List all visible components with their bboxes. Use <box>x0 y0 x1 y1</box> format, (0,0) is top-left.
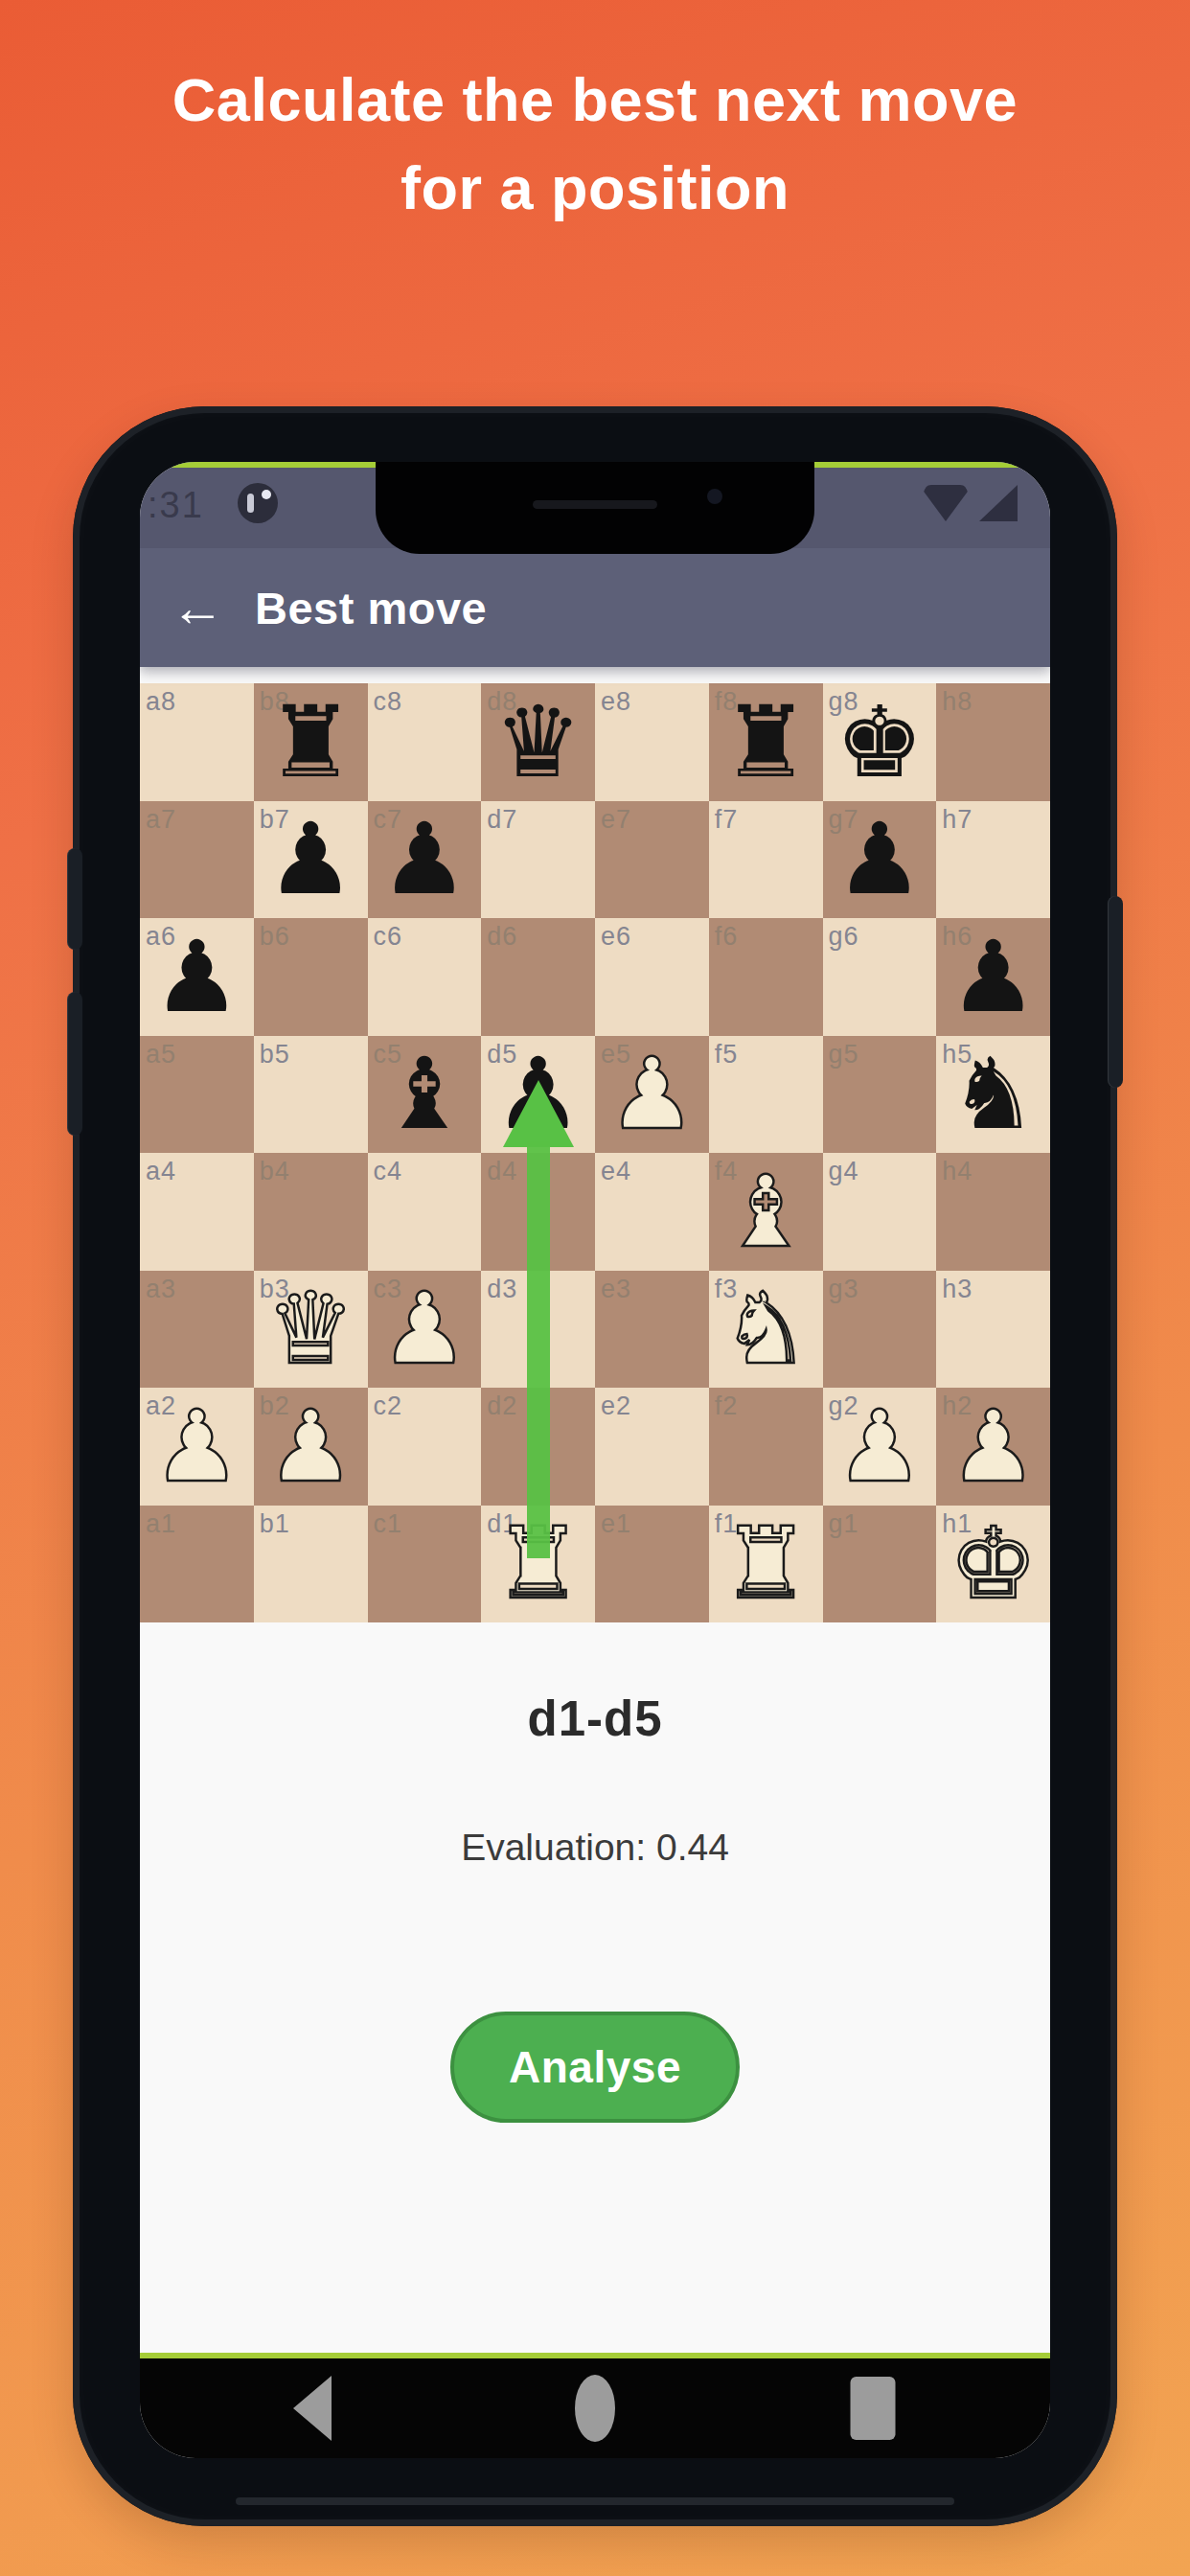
evaluation-value: 0.44 <box>656 1827 729 1868</box>
square-coordinate-label: b1 <box>260 1509 290 1539</box>
square-g7[interactable]: g7♟ <box>823 801 937 919</box>
square-e5[interactable]: e5♟ <box>595 1036 709 1154</box>
square-b6[interactable]: b6 <box>254 918 368 1036</box>
chess-board: a8b8♜c8d8♛e8f8♜g8♚h8a7b7♟c7♟d7e7f7g7♟h7a… <box>140 683 1050 1622</box>
square-e2[interactable]: e2 <box>595 1388 709 1506</box>
square-f2[interactable]: f2 <box>709 1388 823 1506</box>
hero-title-line1: Calculate the best next move <box>0 56 1190 144</box>
square-coordinate-label: c7 <box>374 805 403 835</box>
best-move-arrow-head <box>503 1080 574 1147</box>
square-coordinate-label: b2 <box>260 1391 290 1421</box>
square-coordinate-label: f7 <box>715 805 739 835</box>
square-coordinate-label: f2 <box>715 1391 739 1421</box>
square-g6[interactable]: g6 <box>823 918 937 1036</box>
square-coordinate-label: h2 <box>942 1391 973 1421</box>
square-c8[interactable]: c8 <box>368 683 482 801</box>
square-b5[interactable]: b5 <box>254 1036 368 1154</box>
square-coordinate-label: b4 <box>260 1157 290 1186</box>
square-a7[interactable]: a7 <box>140 801 254 919</box>
power-button[interactable] <box>1108 896 1123 1088</box>
square-c6[interactable]: c6 <box>368 918 482 1036</box>
best-move-text: d1-d5 <box>140 1690 1050 1747</box>
back-arrow-icon[interactable]: ← <box>140 581 255 634</box>
square-h8[interactable]: h8 <box>936 683 1050 801</box>
square-coordinate-label: h8 <box>942 687 973 717</box>
square-coordinate-label: e2 <box>601 1391 631 1421</box>
square-f8[interactable]: f8♜ <box>709 683 823 801</box>
square-coordinate-label: a4 <box>146 1157 176 1186</box>
square-coordinate-label: g8 <box>829 687 859 717</box>
square-coordinate-label: a2 <box>146 1391 176 1421</box>
square-coordinate-label: f6 <box>715 922 739 952</box>
square-a1[interactable]: a1 <box>140 1506 254 1623</box>
square-coordinate-label: h7 <box>942 805 973 835</box>
volume-up-button[interactable] <box>67 848 82 950</box>
square-coordinate-label: c5 <box>374 1040 403 1069</box>
notification-icon-slit <box>247 494 254 513</box>
square-b1[interactable]: b1 <box>254 1506 368 1623</box>
square-coordinate-label: b6 <box>260 922 290 952</box>
square-f1[interactable]: f1♜ <box>709 1506 823 1623</box>
square-coordinate-label: f1 <box>715 1509 739 1539</box>
square-coordinate-label: d4 <box>487 1157 517 1186</box>
square-d6[interactable]: d6 <box>481 918 595 1036</box>
square-coordinate-label: d1 <box>487 1509 517 1539</box>
signal-icon <box>979 485 1018 521</box>
page-title: Best move <box>255 582 487 634</box>
square-coordinate-label: d5 <box>487 1040 517 1069</box>
square-c5[interactable]: c5♝ <box>368 1036 482 1154</box>
square-coordinate-label: g4 <box>829 1157 859 1186</box>
square-coordinate-label: e3 <box>601 1275 631 1304</box>
square-c3[interactable]: c3♟ <box>368 1271 482 1389</box>
square-coordinate-label: c4 <box>374 1157 403 1186</box>
square-d7[interactable]: d7 <box>481 801 595 919</box>
square-h1[interactable]: h1♚ <box>936 1506 1050 1623</box>
evaluation-label: Evaluation: <box>461 1827 646 1868</box>
notch <box>376 462 814 554</box>
square-coordinate-label: e7 <box>601 805 631 835</box>
square-coordinate-label: g3 <box>829 1275 859 1304</box>
square-e6[interactable]: e6 <box>595 918 709 1036</box>
square-h4[interactable]: h4 <box>936 1153 1050 1271</box>
nav-home-circle-icon[interactable] <box>575 2375 615 2442</box>
square-a8[interactable]: a8 <box>140 683 254 801</box>
square-e7[interactable]: e7 <box>595 801 709 919</box>
square-coordinate-label: c8 <box>374 687 403 717</box>
notification-icon-dot <box>262 490 271 499</box>
evaluation-text: Evaluation: 0.44 <box>140 1827 1050 1869</box>
speaker-grill <box>533 500 657 509</box>
square-a3[interactable]: a3 <box>140 1271 254 1389</box>
square-h6[interactable]: h6♟ <box>936 918 1050 1036</box>
square-coordinate-label: a8 <box>146 687 176 717</box>
square-coordinate-label: d8 <box>487 687 517 717</box>
square-coordinate-label: h4 <box>942 1157 973 1186</box>
square-e4[interactable]: e4 <box>595 1153 709 1271</box>
square-coordinate-label: h1 <box>942 1509 973 1539</box>
square-h3[interactable]: h3 <box>936 1271 1050 1389</box>
square-c7[interactable]: c7♟ <box>368 801 482 919</box>
square-e1[interactable]: e1 <box>595 1506 709 1623</box>
square-coordinate-label: a3 <box>146 1275 176 1304</box>
volume-down-button[interactable] <box>67 992 82 1136</box>
square-b3[interactable]: b3♛ <box>254 1271 368 1389</box>
square-coordinate-label: b3 <box>260 1275 290 1304</box>
square-g3[interactable]: g3 <box>823 1271 937 1389</box>
square-a6[interactable]: a6♟ <box>140 918 254 1036</box>
square-g2[interactable]: g2♟ <box>823 1388 937 1506</box>
square-f4[interactable]: f4♝ <box>709 1153 823 1271</box>
status-time: :31 <box>148 485 204 526</box>
square-g4[interactable]: g4 <box>823 1153 937 1271</box>
square-coordinate-label: b8 <box>260 687 290 717</box>
square-b2[interactable]: b2♟ <box>254 1388 368 1506</box>
square-coordinate-label: f3 <box>715 1275 739 1304</box>
square-a5[interactable]: a5 <box>140 1036 254 1154</box>
nav-recents-square-icon[interactable] <box>851 2377 896 2440</box>
notification-icon <box>238 483 278 523</box>
phone-frame: :31 ← Best move a8b8♜c8d8♛e8f8♜g8♚h8a7b7… <box>73 406 1117 2526</box>
nav-back-triangle-icon[interactable] <box>293 2376 332 2441</box>
square-coordinate-label: e6 <box>601 922 631 952</box>
square-coordinate-label: e5 <box>601 1040 631 1069</box>
square-h5[interactable]: h5♞ <box>936 1036 1050 1154</box>
square-f6[interactable]: f6 <box>709 918 823 1036</box>
square-b4[interactable]: b4 <box>254 1153 368 1271</box>
square-coordinate-label: h3 <box>942 1275 973 1304</box>
best-move-arrow-tail <box>527 1141 550 1558</box>
square-coordinate-label: e4 <box>601 1157 631 1186</box>
square-h7[interactable]: h7 <box>936 801 1050 919</box>
square-c2[interactable]: c2 <box>368 1388 482 1506</box>
square-coordinate-label: h6 <box>942 922 973 952</box>
square-coordinate-label: b5 <box>260 1040 290 1069</box>
square-c4[interactable]: c4 <box>368 1153 482 1271</box>
app-bar: ← Best move <box>140 548 1050 667</box>
square-b7[interactable]: b7♟ <box>254 801 368 919</box>
square-c1[interactable]: c1 <box>368 1506 482 1623</box>
square-coordinate-label: g6 <box>829 922 859 952</box>
analyse-button[interactable]: Analyse <box>450 2012 740 2123</box>
square-d8[interactable]: d8♛ <box>481 683 595 801</box>
square-coordinate-label: a6 <box>146 922 176 952</box>
square-coordinate-label: a5 <box>146 1040 176 1069</box>
square-e8[interactable]: e8 <box>595 683 709 801</box>
square-coordinate-label: c6 <box>374 922 403 952</box>
hero-title: Calculate the best next move for a posit… <box>0 56 1190 232</box>
square-g5[interactable]: g5 <box>823 1036 937 1154</box>
phone-screen: :31 ← Best move a8b8♜c8d8♛e8f8♜g8♚h8a7b7… <box>140 462 1050 2458</box>
square-coordinate-label: d3 <box>487 1275 517 1304</box>
status-right-icons <box>924 485 1018 521</box>
square-g8[interactable]: g8♚ <box>823 683 937 801</box>
hero-title-line2: for a position <box>0 144 1190 232</box>
square-a4[interactable]: a4 <box>140 1153 254 1271</box>
phone-chin-highlight <box>236 2497 954 2505</box>
square-g1[interactable]: g1 <box>823 1506 937 1623</box>
square-coordinate-label: e8 <box>601 687 631 717</box>
square-f3[interactable]: f3♞ <box>709 1271 823 1389</box>
wifi-icon <box>924 485 968 521</box>
square-a2[interactable]: a2♟ <box>140 1388 254 1506</box>
square-f5[interactable]: f5 <box>709 1036 823 1154</box>
square-coordinate-label: f8 <box>715 687 739 717</box>
square-e3[interactable]: e3 <box>595 1271 709 1389</box>
square-coordinate-label: a1 <box>146 1509 176 1539</box>
android-nav-bar <box>140 2358 1050 2458</box>
square-coordinate-label: c2 <box>374 1391 403 1421</box>
front-camera <box>707 489 722 504</box>
square-coordinate-label: b7 <box>260 805 290 835</box>
square-coordinate-label: a7 <box>146 805 176 835</box>
square-b8[interactable]: b8♜ <box>254 683 368 801</box>
square-coordinate-label: f4 <box>715 1157 739 1186</box>
square-coordinate-label: g2 <box>829 1391 859 1421</box>
square-coordinate-label: d7 <box>487 805 517 835</box>
square-f7[interactable]: f7 <box>709 801 823 919</box>
square-coordinate-label: c1 <box>374 1509 403 1539</box>
square-coordinate-label: d6 <box>487 922 517 952</box>
square-coordinate-label: g5 <box>829 1040 859 1069</box>
square-coordinate-label: f5 <box>715 1040 739 1069</box>
square-coordinate-label: e1 <box>601 1509 631 1539</box>
square-coordinate-label: g1 <box>829 1509 859 1539</box>
square-coordinate-label: c3 <box>374 1275 403 1304</box>
square-coordinate-label: h5 <box>942 1040 973 1069</box>
square-h2[interactable]: h2♟ <box>936 1388 1050 1506</box>
square-coordinate-label: d2 <box>487 1391 517 1421</box>
square-coordinate-label: g7 <box>829 805 859 835</box>
